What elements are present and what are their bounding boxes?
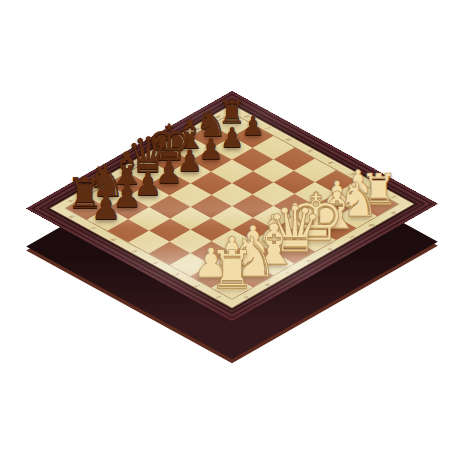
chess-set-photo: hh88gg77ff66ee55dd44cc33bb22aa11 ♜♟♞♟♝♟♚… — [0, 0, 460, 460]
coordinate-mark: 2 — [193, 283, 201, 288]
coordinate-mark: d — [305, 258, 313, 263]
coordinate-mark: 1 — [214, 295, 222, 300]
coordinate-mark: b — [263, 282, 271, 287]
coordinate-mark: 5 — [130, 249, 138, 254]
coordinate-mark: 4 — [151, 260, 159, 265]
coordinate-mark: e — [326, 246, 334, 251]
coordinate-mark: h — [389, 210, 397, 215]
coordinate-mark: 8 — [67, 214, 75, 219]
coordinate-mark: 6 — [109, 237, 117, 242]
coordinate-mark: a — [242, 294, 250, 299]
board-frame: hh88gg77ff66ee55dd44cc33bb22aa11 — [26, 91, 438, 321]
coordinate-mark: 3 — [172, 272, 180, 277]
coordinate-mark: g — [368, 222, 376, 227]
coordinate-mark: f — [348, 235, 355, 239]
coordinate-mark: c — [284, 271, 292, 275]
coordinate-mark: 7 — [88, 226, 96, 231]
